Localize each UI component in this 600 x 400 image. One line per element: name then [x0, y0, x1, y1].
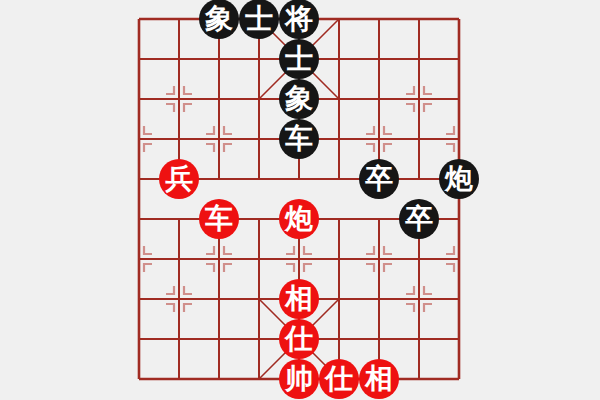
piece-red-elephant[interactable]: 相: [359, 359, 399, 399]
piece-red-chariot[interactable]: 车: [199, 199, 239, 239]
piece-black-advisor[interactable]: 士: [239, 0, 279, 39]
piece-black-soldier[interactable]: 卒: [359, 159, 399, 199]
piece-red-elephant[interactable]: 相: [279, 279, 319, 319]
xiangqi-board[interactable]: 象士将士象车卒炮卒兵车炮相仕帅仕相: [0, 0, 600, 400]
piece-black-elephant[interactable]: 象: [199, 0, 239, 39]
piece-red-soldier[interactable]: 兵: [159, 159, 199, 199]
piece-black-general[interactable]: 将: [279, 0, 319, 39]
piece-black-soldier[interactable]: 卒: [399, 199, 439, 239]
piece-black-elephant[interactable]: 象: [279, 79, 319, 119]
piece-red-advisor[interactable]: 仕: [279, 319, 319, 359]
piece-red-cannon[interactable]: 炮: [279, 199, 319, 239]
xiangqi-app: 象士将士象车卒炮卒兵车炮相仕帅仕相: [0, 0, 600, 400]
piece-layer: 象士将士象车卒炮卒兵车炮相仕帅仕相: [119, 0, 479, 399]
piece-black-cannon[interactable]: 炮: [439, 159, 479, 199]
piece-red-advisor[interactable]: 仕: [319, 359, 359, 399]
piece-black-advisor[interactable]: 士: [279, 39, 319, 79]
piece-red-general[interactable]: 帅: [279, 359, 319, 399]
piece-black-chariot[interactable]: 车: [279, 119, 319, 159]
